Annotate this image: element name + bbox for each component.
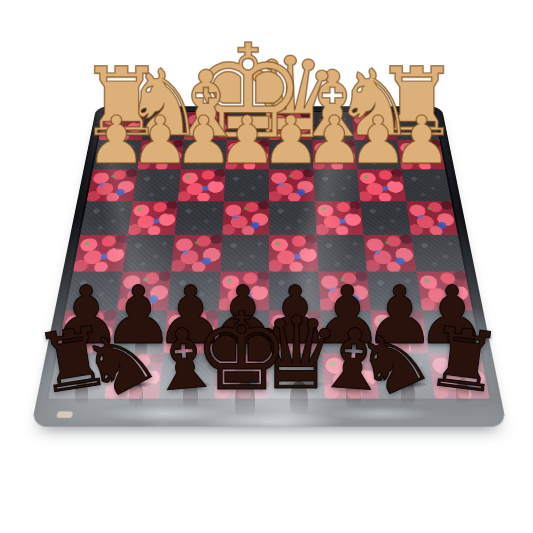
- chessboard-photo: ♜♞♝♛♚♝♞♜♟♟♟♟♟♟♟♟♟♟♟♟♟♟♟♟♜♞♝♛♚♝♞♜: [0, 0, 533, 533]
- square-a5[interactable]: [411, 235, 465, 271]
- piece-black-rook-h8[interactable]: ♜: [31, 314, 116, 406]
- maker-mark: [57, 411, 73, 417]
- square-d5[interactable]: [269, 235, 318, 271]
- square-c4[interactable]: [315, 201, 364, 235]
- square-a4[interactable]: [406, 201, 458, 235]
- square-e5[interactable]: [220, 235, 269, 271]
- square-g4[interactable]: [127, 201, 177, 235]
- piece-white-pawn-h2[interactable]: ♟: [87, 108, 146, 174]
- square-f5[interactable]: [171, 235, 222, 271]
- square-h4[interactable]: [80, 201, 132, 235]
- square-c5[interactable]: [316, 235, 367, 271]
- square-b5[interactable]: [363, 235, 415, 271]
- square-d4[interactable]: [269, 201, 316, 235]
- square-h5[interactable]: [73, 235, 127, 271]
- square-b4[interactable]: [360, 201, 410, 235]
- page-root: { "game": "chess", "scene": "overhead ph…: [0, 0, 533, 533]
- square-f4[interactable]: [175, 201, 224, 235]
- square-g5[interactable]: [122, 235, 174, 271]
- square-e4[interactable]: [222, 201, 269, 235]
